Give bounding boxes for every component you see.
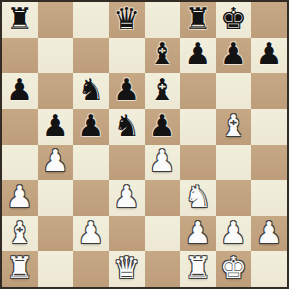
square-h4[interactable] <box>251 145 287 181</box>
square-c1[interactable] <box>73 251 109 287</box>
square-e5[interactable]: ♟ <box>145 109 181 145</box>
square-g3[interactable] <box>216 180 252 216</box>
chess-board: ♜♛♜♚♝♟♟♟♟♞♟♝♟♟♞♟♝♟♟♟♟♞♝♟♟♟♟♜♛♜♚ <box>0 0 289 289</box>
square-d6[interactable]: ♟ <box>109 73 145 109</box>
square-g6[interactable] <box>216 73 252 109</box>
black-pawn-f7[interactable]: ♟ <box>184 39 211 69</box>
square-g8[interactable]: ♚ <box>216 2 252 38</box>
black-pawn-h7[interactable]: ♟ <box>256 39 283 69</box>
square-d5[interactable]: ♞ <box>109 109 145 145</box>
square-e7[interactable]: ♝ <box>145 38 181 74</box>
square-a4[interactable] <box>2 145 38 181</box>
black-bishop-e7[interactable]: ♝ <box>149 39 176 69</box>
white-pawn-h2[interactable]: ♟ <box>256 218 283 248</box>
square-e4[interactable]: ♟ <box>145 145 181 181</box>
square-b3[interactable] <box>38 180 74 216</box>
square-e8[interactable] <box>145 2 181 38</box>
white-knight-f3[interactable]: ♞ <box>184 182 211 212</box>
white-queen-d1[interactable]: ♛ <box>113 253 140 283</box>
square-f7[interactable]: ♟ <box>180 38 216 74</box>
square-c3[interactable] <box>73 180 109 216</box>
square-f5[interactable] <box>180 109 216 145</box>
square-d2[interactable] <box>109 216 145 252</box>
square-g7[interactable]: ♟ <box>216 38 252 74</box>
square-b5[interactable]: ♟ <box>38 109 74 145</box>
square-g5[interactable]: ♝ <box>216 109 252 145</box>
square-a2[interactable]: ♝ <box>2 216 38 252</box>
black-queen-d8[interactable]: ♛ <box>113 4 140 34</box>
white-bishop-a2[interactable]: ♝ <box>6 218 33 248</box>
square-a6[interactable]: ♟ <box>2 73 38 109</box>
square-a5[interactable] <box>2 109 38 145</box>
square-f4[interactable] <box>180 145 216 181</box>
white-pawn-b4[interactable]: ♟ <box>42 146 69 176</box>
square-e6[interactable]: ♝ <box>145 73 181 109</box>
white-pawn-c2[interactable]: ♟ <box>78 218 105 248</box>
square-f3[interactable]: ♞ <box>180 180 216 216</box>
white-bishop-g5[interactable]: ♝ <box>220 111 247 141</box>
square-b6[interactable] <box>38 73 74 109</box>
square-f8[interactable]: ♜ <box>180 2 216 38</box>
square-c8[interactable] <box>73 2 109 38</box>
black-bishop-e6[interactable]: ♝ <box>149 75 176 105</box>
black-rook-f8[interactable]: ♜ <box>184 4 211 34</box>
square-d4[interactable] <box>109 145 145 181</box>
white-pawn-f2[interactable]: ♟ <box>184 218 211 248</box>
black-pawn-d6[interactable]: ♟ <box>113 75 140 105</box>
square-b8[interactable] <box>38 2 74 38</box>
square-f1[interactable]: ♜ <box>180 251 216 287</box>
black-pawn-g7[interactable]: ♟ <box>220 39 247 69</box>
black-knight-d5[interactable]: ♞ <box>113 111 140 141</box>
square-g4[interactable] <box>216 145 252 181</box>
square-h6[interactable] <box>251 73 287 109</box>
square-c7[interactable] <box>73 38 109 74</box>
square-h5[interactable] <box>251 109 287 145</box>
black-knight-c6[interactable]: ♞ <box>78 75 105 105</box>
square-c5[interactable]: ♟ <box>73 109 109 145</box>
square-e1[interactable] <box>145 251 181 287</box>
black-rook-a8[interactable]: ♜ <box>6 4 33 34</box>
white-pawn-a3[interactable]: ♟ <box>6 182 33 212</box>
square-e2[interactable] <box>145 216 181 252</box>
white-pawn-e4[interactable]: ♟ <box>149 146 176 176</box>
square-c4[interactable] <box>73 145 109 181</box>
square-c2[interactable]: ♟ <box>73 216 109 252</box>
black-pawn-e5[interactable]: ♟ <box>149 111 176 141</box>
square-a3[interactable]: ♟ <box>2 180 38 216</box>
square-h1[interactable] <box>251 251 287 287</box>
square-d7[interactable] <box>109 38 145 74</box>
square-f2[interactable]: ♟ <box>180 216 216 252</box>
square-a7[interactable] <box>2 38 38 74</box>
square-d8[interactable]: ♛ <box>109 2 145 38</box>
square-h7[interactable]: ♟ <box>251 38 287 74</box>
square-g1[interactable]: ♚ <box>216 251 252 287</box>
square-a8[interactable]: ♜ <box>2 2 38 38</box>
white-pawn-d3[interactable]: ♟ <box>113 182 140 212</box>
square-b7[interactable] <box>38 38 74 74</box>
black-king-g8[interactable]: ♚ <box>220 4 247 34</box>
black-pawn-c5[interactable]: ♟ <box>78 111 105 141</box>
square-c6[interactable]: ♞ <box>73 73 109 109</box>
white-pawn-g2[interactable]: ♟ <box>220 218 247 248</box>
square-b2[interactable] <box>38 216 74 252</box>
square-b4[interactable]: ♟ <box>38 145 74 181</box>
black-pawn-b5[interactable]: ♟ <box>42 111 69 141</box>
square-f6[interactable] <box>180 73 216 109</box>
square-d1[interactable]: ♛ <box>109 251 145 287</box>
square-b1[interactable] <box>38 251 74 287</box>
white-rook-a1[interactable]: ♜ <box>6 253 33 283</box>
square-h8[interactable] <box>251 2 287 38</box>
white-rook-f1[interactable]: ♜ <box>184 253 211 283</box>
square-g2[interactable]: ♟ <box>216 216 252 252</box>
white-king-g1[interactable]: ♚ <box>220 253 247 283</box>
square-d3[interactable]: ♟ <box>109 180 145 216</box>
square-e3[interactable] <box>145 180 181 216</box>
black-pawn-a6[interactable]: ♟ <box>6 75 33 105</box>
square-h3[interactable] <box>251 180 287 216</box>
square-h2[interactable]: ♟ <box>251 216 287 252</box>
square-a1[interactable]: ♜ <box>2 251 38 287</box>
